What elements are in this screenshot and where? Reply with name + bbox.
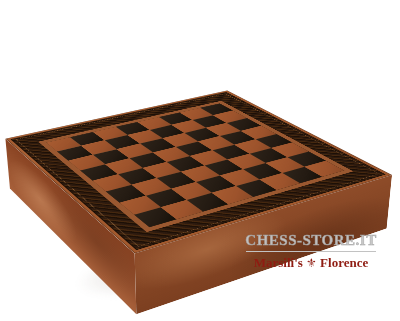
chess-set-product-photo: ♜♞♝♛♚♝♞♜♟♟♟♟♟♟♟♟♜♞♝♛♚♝♞♜♟♟♟♟♟♟♟♟ CHESS-S… [0, 0, 400, 321]
brand-city: Florence [320, 255, 368, 270]
pawn-glyph: ♟ [57, 114, 94, 156]
brand-name: Marsili's [254, 255, 303, 270]
watermark-divider [246, 251, 376, 252]
pawn-glyph: ♟ [135, 172, 179, 221]
leather-chess-case: ♜♞♝♛♚♝♞♜♟♟♟♟♟♟♟♟♜♞♝♛♚♝♞♜♟♟♟♟♟♟♟♟ [5, 90, 392, 253]
store-watermark: CHESS-STORE.IT Marsili's ⚜ Florence [243, 232, 379, 271]
brand-tagline: Marsili's ⚜ Florence [243, 255, 379, 271]
fleur-de-lis-icon: ⚜ [306, 256, 317, 270]
store-name: CHESS-STORE.IT [243, 232, 379, 249]
